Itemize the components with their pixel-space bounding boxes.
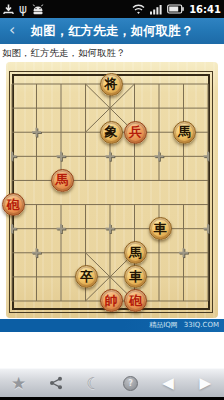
piece-red-兵: 兵 — [124, 121, 147, 144]
piece-red-砲: 砲 — [2, 193, 25, 216]
wifi-icon — [132, 4, 145, 15]
share-icon — [49, 376, 63, 390]
board-grid — [6, 62, 218, 318]
piece-black-将: 将 — [100, 73, 123, 96]
status-right-icons: 16:41 — [132, 4, 221, 15]
back-button[interactable]: ‹ — [9, 18, 15, 44]
status-time: 16:41 — [189, 4, 221, 15]
header: ‹ 如图，红方先走，如何取胜？ — [0, 18, 224, 44]
next-button[interactable]: ▶ — [192, 370, 218, 396]
battery-icon — [167, 4, 184, 14]
signal-icon — [150, 4, 162, 15]
question-text: 如图，红方先走，如何取胜？ — [2, 47, 126, 60]
night-mode-button[interactable]: ☾ — [80, 370, 106, 396]
prev-button[interactable]: ◀ — [155, 370, 181, 396]
help-icon: ? — [123, 376, 138, 391]
watermark-url: 33IQ.COM — [184, 319, 219, 332]
piece-red-帥: 帥 — [100, 289, 123, 312]
app-screen: ψ — [0, 0, 224, 400]
piece-black-馬: 馬 — [173, 121, 196, 144]
piece-black-車: 車 — [149, 217, 172, 240]
watermark-site: 精品IQ网 — [149, 319, 178, 332]
piece-black-象: 象 — [100, 121, 123, 144]
android-icon — [32, 4, 44, 15]
favorite-button[interactable]: ★ — [6, 370, 32, 396]
xiangqi-board-image: 将象兵馬馬砲車馬卒車帥砲 — [6, 62, 218, 318]
help-button[interactable]: ? — [118, 370, 144, 396]
page-title: 如图，红方先走，如何取胜？ — [0, 23, 224, 40]
usb-icon: ψ — [19, 3, 27, 15]
share-button[interactable] — [43, 370, 69, 396]
forward-arrow-icon: ▶ — [200, 374, 212, 392]
star-icon: ★ — [11, 373, 26, 393]
back-arrow-icon: ◀ — [162, 374, 174, 392]
moon-icon: ☾ — [86, 374, 100, 393]
bottom-nav: ★ ☾ ? ◀ ▶ — [0, 368, 224, 397]
status-bar: ψ — [0, 0, 224, 18]
download-icon — [3, 4, 14, 15]
watermark-strip: 精品IQ网 33IQ.COM — [0, 319, 224, 332]
piece-red-馬: 馬 — [51, 169, 74, 192]
status-left-icons: ψ — [3, 3, 44, 15]
